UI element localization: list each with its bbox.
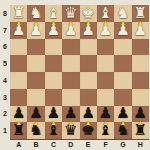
square-f2[interactable]: ♟▲ — [97, 106, 114, 123]
square-f1[interactable]: ♝ — [97, 122, 114, 139]
white-pawn[interactable]: ♟ — [64, 23, 77, 38]
square-g3[interactable] — [114, 89, 131, 106]
square-e7[interactable]: ♟ — [80, 22, 97, 39]
white-rook[interactable]: ♜ — [12, 6, 25, 21]
white-king[interactable]: ♚ — [81, 6, 94, 21]
black-pawn[interactable]: ♟ — [64, 106, 77, 121]
rank-label-5: 5 — [0, 55, 10, 72]
square-c6[interactable] — [45, 39, 62, 56]
chess-board[interactable]: ♜▲♞▲♝▲♛▲♚▲♝▲♞▲♜▲♟♟♟♟♟♟♟♟♟▲♟▲♟▲♟▲♟▲♟▲♟▲♟▲… — [10, 5, 149, 140]
square-c5[interactable] — [45, 55, 62, 72]
square-f8[interactable]: ♝▲ — [97, 5, 114, 22]
square-c8[interactable]: ♝▲ — [45, 5, 62, 22]
file-label-c: C — [45, 139, 62, 150]
white-pawn[interactable]: ♟ — [29, 23, 42, 38]
square-f5[interactable] — [97, 55, 114, 72]
square-h5[interactable] — [132, 55, 149, 72]
rank-label-3: 3 — [0, 89, 10, 106]
square-c7[interactable]: ♟ — [45, 22, 62, 39]
square-a1[interactable]: ♜ — [10, 122, 27, 139]
rank-label-8: 8 — [0, 5, 10, 22]
square-e1[interactable]: ♚ — [80, 122, 97, 139]
square-e2[interactable]: ♟▲ — [80, 106, 97, 123]
black-pawn[interactable]: ♟ — [134, 106, 147, 121]
black-pawn[interactable]: ♟ — [116, 106, 129, 121]
black-king[interactable]: ♚ — [81, 123, 94, 138]
square-b8[interactable]: ♞▲ — [27, 5, 44, 22]
square-b6[interactable] — [27, 39, 44, 56]
square-h3[interactable] — [132, 89, 149, 106]
square-c2[interactable]: ♟▲ — [45, 106, 62, 123]
square-b7[interactable]: ♟ — [27, 22, 44, 39]
file-label-h: H — [132, 139, 149, 150]
square-f6[interactable] — [97, 39, 114, 56]
square-e8[interactable]: ♚▲ — [80, 5, 97, 22]
square-d3[interactable] — [62, 89, 79, 106]
black-queen[interactable]: ♛ — [64, 123, 77, 138]
chess-app: 87654321 ♜▲♞▲♝▲♛▲♚▲♝▲♞▲♜▲♟♟♟♟♟♟♟♟♟▲♟▲♟▲♟… — [0, 0, 150, 150]
black-rook[interactable]: ♜ — [12, 123, 25, 138]
square-g1[interactable]: ♞ — [114, 122, 131, 139]
square-b4[interactable] — [27, 72, 44, 89]
black-knight[interactable]: ♞ — [116, 123, 129, 138]
square-b2[interactable]: ♟▲ — [27, 106, 44, 123]
square-h1[interactable]: ♜ — [132, 122, 149, 139]
file-label-g: G — [114, 139, 131, 150]
square-g4[interactable] — [114, 72, 131, 89]
square-d2[interactable]: ♟▲ — [62, 106, 79, 123]
square-d6[interactable] — [62, 39, 79, 56]
square-a5[interactable] — [10, 55, 27, 72]
black-pawn[interactable]: ♟ — [12, 106, 25, 121]
rank-label-1: 1 — [0, 122, 10, 139]
square-e5[interactable] — [80, 55, 97, 72]
square-g5[interactable] — [114, 55, 131, 72]
square-d7[interactable]: ♟ — [62, 22, 79, 39]
square-b3[interactable] — [27, 89, 44, 106]
square-a2[interactable]: ♟▲ — [10, 106, 27, 123]
white-knight[interactable]: ♞ — [29, 6, 42, 21]
black-rook[interactable]: ♜ — [134, 123, 147, 138]
square-c1[interactable]: ♝ — [45, 122, 62, 139]
file-label-d: D — [62, 139, 79, 150]
square-g8[interactable]: ♞▲ — [114, 5, 131, 22]
white-queen[interactable]: ♛ — [64, 6, 77, 21]
square-g2[interactable]: ♟▲ — [114, 106, 131, 123]
white-pawn[interactable]: ♟ — [81, 23, 94, 38]
square-g7[interactable]: ♟ — [114, 22, 131, 39]
square-f3[interactable] — [97, 89, 114, 106]
square-c4[interactable] — [45, 72, 62, 89]
white-pawn[interactable]: ♟ — [99, 23, 112, 38]
black-pawn[interactable]: ♟ — [29, 106, 42, 121]
black-knight[interactable]: ♞ — [29, 123, 42, 138]
square-a7[interactable]: ♟ — [10, 22, 27, 39]
square-e6[interactable] — [80, 39, 97, 56]
file-label-f: F — [97, 139, 114, 150]
file-labels: ABCDEFGH — [10, 139, 149, 150]
square-f7[interactable]: ♟ — [97, 22, 114, 39]
square-d5[interactable] — [62, 55, 79, 72]
black-bishop[interactable]: ♝ — [99, 123, 112, 138]
black-bishop[interactable]: ♝ — [47, 123, 60, 138]
rank-label-6: 6 — [0, 39, 10, 56]
square-g6[interactable] — [114, 39, 131, 56]
white-pawn[interactable]: ♟ — [47, 23, 60, 38]
square-a4[interactable] — [10, 72, 27, 89]
square-a6[interactable] — [10, 39, 27, 56]
square-c3[interactable] — [45, 89, 62, 106]
square-a3[interactable] — [10, 89, 27, 106]
square-h7[interactable]: ♟ — [132, 22, 149, 39]
black-pawn[interactable]: ♟ — [81, 106, 94, 121]
white-pawn[interactable]: ♟ — [134, 23, 147, 38]
black-pawn[interactable]: ♟ — [47, 106, 60, 121]
square-h6[interactable] — [132, 39, 149, 56]
square-d8[interactable]: ♛▲ — [62, 5, 79, 22]
rank-label-2: 2 — [0, 106, 10, 123]
square-b5[interactable] — [27, 55, 44, 72]
square-d4[interactable] — [62, 72, 79, 89]
rank-label-4: 4 — [0, 72, 10, 89]
square-d1[interactable]: ♛ — [62, 122, 79, 139]
square-e4[interactable] — [80, 72, 97, 89]
white-pawn[interactable]: ♟ — [116, 23, 129, 38]
white-bishop[interactable]: ♝ — [99, 6, 112, 21]
square-h2[interactable]: ♟▲ — [132, 106, 149, 123]
white-rook[interactable]: ♜ — [134, 6, 147, 21]
black-pawn[interactable]: ♟ — [99, 106, 112, 121]
file-label-e: E — [80, 139, 97, 150]
square-f4[interactable] — [97, 72, 114, 89]
square-e3[interactable] — [80, 89, 97, 106]
white-bishop[interactable]: ♝ — [47, 6, 60, 21]
square-a8[interactable]: ♜▲ — [10, 5, 27, 22]
square-h8[interactable]: ♜▲ — [132, 5, 149, 22]
rank-label-7: 7 — [0, 22, 10, 39]
white-knight[interactable]: ♞ — [116, 6, 129, 21]
file-label-b: B — [27, 139, 44, 150]
square-h4[interactable] — [132, 72, 149, 89]
rank-labels: 87654321 — [0, 5, 10, 139]
white-pawn[interactable]: ♟ — [12, 23, 25, 38]
file-label-a: A — [10, 139, 27, 150]
square-b1[interactable]: ♞ — [27, 122, 44, 139]
